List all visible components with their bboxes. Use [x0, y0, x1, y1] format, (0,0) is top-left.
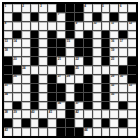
white-cell[interactable]: 17 — [119, 39, 127, 47]
black-cell — [84, 93, 92, 101]
black-cell — [4, 119, 12, 127]
white-cell[interactable] — [22, 22, 30, 30]
black-cell — [13, 66, 21, 74]
clue-number: 30 — [120, 75, 123, 79]
clue-number: 33 — [129, 84, 132, 88]
white-cell[interactable] — [39, 31, 47, 39]
clue-number: 21 — [58, 57, 61, 61]
white-cell[interactable]: 34 — [4, 93, 12, 101]
white-cell[interactable]: 23 — [110, 57, 118, 65]
white-cell[interactable] — [119, 84, 127, 92]
white-cell[interactable] — [102, 13, 110, 21]
white-cell[interactable]: 5 — [102, 4, 110, 12]
white-cell[interactable]: 15 — [66, 39, 74, 47]
black-cell — [84, 102, 92, 110]
clue-number: 24 — [22, 66, 25, 70]
white-cell[interactable]: 35 — [110, 93, 118, 101]
black-cell — [48, 13, 56, 21]
white-cell[interactable] — [31, 66, 39, 74]
white-cell[interactable] — [93, 39, 101, 47]
black-cell — [31, 84, 39, 92]
clue-number: 17 — [120, 39, 123, 43]
black-cell — [13, 102, 21, 110]
white-cell[interactable] — [110, 119, 118, 127]
white-cell[interactable] — [39, 128, 47, 136]
white-cell[interactable] — [128, 48, 136, 56]
white-cell[interactable]: 37 — [75, 102, 83, 110]
white-cell[interactable] — [39, 84, 47, 92]
white-cell[interactable]: 11 — [110, 22, 118, 30]
black-cell — [4, 57, 12, 65]
clue-number: 23 — [111, 57, 114, 61]
white-cell[interactable]: 27 — [57, 75, 65, 83]
clue-number: 19 — [111, 48, 114, 52]
white-cell[interactable] — [93, 93, 101, 101]
white-cell[interactable] — [22, 48, 30, 56]
white-cell[interactable] — [39, 110, 47, 118]
white-cell[interactable]: 2 — [22, 4, 30, 12]
black-cell — [128, 75, 136, 83]
clue-number: 3 — [40, 4, 42, 8]
clue-number: 36 — [58, 102, 61, 106]
clue-number: 11 — [111, 22, 114, 26]
clue-number: 39 — [13, 110, 16, 114]
black-cell — [31, 102, 39, 110]
white-cell[interactable] — [128, 128, 136, 136]
black-cell — [31, 48, 39, 56]
black-cell — [119, 31, 127, 39]
white-cell[interactable] — [57, 66, 65, 74]
white-cell[interactable] — [110, 128, 118, 136]
white-cell[interactable] — [84, 22, 92, 30]
clue-number: 29 — [111, 75, 114, 79]
white-cell[interactable] — [39, 48, 47, 56]
clue-number: 5 — [102, 4, 104, 8]
white-cell[interactable] — [31, 119, 39, 127]
black-cell — [128, 57, 136, 65]
black-cell — [66, 31, 74, 39]
white-cell[interactable]: 18 — [4, 48, 12, 56]
white-cell[interactable] — [22, 57, 30, 65]
white-cell[interactable] — [119, 48, 127, 56]
white-cell[interactable] — [93, 102, 101, 110]
white-cell[interactable]: 20 — [13, 57, 21, 65]
clue-number: 9 — [75, 22, 77, 26]
black-cell — [84, 75, 92, 83]
black-cell — [102, 31, 110, 39]
black-cell — [48, 39, 56, 47]
clue-number: 6 — [120, 4, 122, 8]
white-cell[interactable] — [39, 13, 47, 21]
clue-number: 12 — [129, 22, 132, 26]
black-cell — [57, 84, 65, 92]
black-cell — [93, 13, 101, 21]
white-cell[interactable] — [4, 13, 12, 21]
white-cell[interactable] — [48, 128, 56, 136]
clue-number: 32 — [111, 84, 114, 88]
white-cell[interactable] — [93, 48, 101, 56]
white-cell[interactable] — [57, 22, 65, 30]
white-cell[interactable]: 30 — [119, 75, 127, 83]
crossword-grid: 1234567891011121314151617181920212223242… — [2, 2, 138, 138]
black-cell — [75, 13, 83, 21]
clue-number: 31 — [5, 84, 8, 88]
white-cell[interactable] — [57, 110, 65, 118]
black-cell — [48, 75, 56, 83]
white-cell[interactable] — [128, 110, 136, 118]
clue-number: 15 — [67, 39, 70, 43]
black-cell — [75, 128, 83, 136]
white-cell[interactable]: 24 — [22, 66, 30, 74]
white-cell[interactable] — [4, 102, 12, 110]
white-cell[interactable] — [13, 119, 21, 127]
white-cell[interactable] — [13, 93, 21, 101]
white-cell[interactable]: 10 — [93, 22, 101, 30]
white-cell[interactable] — [128, 119, 136, 127]
white-cell[interactable] — [84, 66, 92, 74]
black-cell — [75, 39, 83, 47]
white-cell[interactable] — [22, 102, 30, 110]
black-cell — [48, 102, 56, 110]
white-cell[interactable]: 8 — [4, 22, 12, 30]
black-cell — [128, 13, 136, 21]
white-cell[interactable] — [128, 102, 136, 110]
white-cell[interactable]: 43 — [4, 128, 12, 136]
white-cell[interactable]: 38 — [4, 110, 12, 118]
white-cell[interactable] — [39, 39, 47, 47]
white-cell[interactable] — [119, 110, 127, 118]
black-cell — [119, 66, 127, 74]
white-cell[interactable] — [102, 110, 110, 118]
white-cell[interactable] — [75, 119, 83, 127]
crossword-board-wrap: 1234567891011121314151617181920212223242… — [0, 0, 140, 140]
white-cell[interactable] — [13, 4, 21, 12]
clue-number: 43 — [5, 128, 8, 132]
clue-number: 35 — [111, 93, 114, 97]
black-cell — [31, 57, 39, 65]
white-cell[interactable] — [31, 128, 39, 136]
black-cell — [13, 13, 21, 21]
black-cell — [57, 93, 65, 101]
white-cell[interactable] — [57, 31, 65, 39]
clue-number: 28 — [67, 75, 70, 79]
black-cell — [48, 93, 56, 101]
white-cell[interactable] — [39, 102, 47, 110]
white-cell[interactable] — [22, 110, 30, 118]
black-cell — [57, 4, 65, 12]
black-cell — [48, 31, 56, 39]
white-cell[interactable] — [110, 31, 118, 39]
white-cell[interactable] — [84, 13, 92, 21]
black-cell — [31, 39, 39, 47]
black-cell — [102, 39, 110, 47]
white-cell[interactable]: 44 — [84, 128, 92, 136]
black-cell — [102, 119, 110, 127]
black-cell — [4, 66, 12, 74]
black-cell — [31, 13, 39, 21]
clue-number: 27 — [58, 75, 61, 79]
white-cell[interactable]: 32 — [110, 84, 118, 92]
white-cell[interactable] — [39, 93, 47, 101]
white-cell[interactable]: 14 — [13, 39, 21, 47]
white-cell[interactable] — [119, 93, 127, 101]
white-cell[interactable] — [119, 57, 127, 65]
white-cell[interactable] — [93, 119, 101, 127]
clue-number: 2 — [22, 4, 24, 8]
white-cell[interactable] — [22, 93, 30, 101]
white-cell[interactable] — [22, 39, 30, 47]
black-cell — [110, 13, 118, 21]
white-cell[interactable] — [110, 66, 118, 74]
white-cell[interactable] — [48, 66, 56, 74]
black-cell — [48, 84, 56, 92]
white-cell[interactable]: 19 — [110, 48, 118, 56]
black-cell — [102, 84, 110, 92]
clue-number: 37 — [75, 102, 78, 106]
black-cell — [102, 57, 110, 65]
clue-number: 18 — [5, 48, 8, 52]
white-cell[interactable]: 4 — [84, 4, 92, 12]
black-cell — [84, 48, 92, 56]
white-cell[interactable] — [93, 75, 101, 83]
white-cell[interactable] — [84, 110, 92, 118]
white-cell[interactable] — [128, 31, 136, 39]
white-cell[interactable]: 7 — [57, 13, 65, 21]
clue-number: 40 — [31, 110, 34, 114]
white-cell[interactable]: 36 — [57, 102, 65, 110]
white-cell[interactable] — [48, 4, 56, 12]
black-cell — [84, 84, 92, 92]
white-cell[interactable]: 25 — [75, 66, 83, 74]
clue-number: 44 — [84, 128, 87, 132]
clue-number: 8 — [5, 22, 7, 26]
black-cell — [102, 93, 110, 101]
white-cell[interactable]: 42 — [75, 110, 83, 118]
black-cell — [84, 31, 92, 39]
clue-number: 16 — [111, 39, 114, 43]
white-cell[interactable] — [48, 22, 56, 30]
black-cell — [102, 48, 110, 56]
white-cell[interactable] — [128, 39, 136, 47]
white-cell[interactable]: 22 — [75, 57, 83, 65]
white-cell[interactable] — [13, 22, 21, 30]
white-cell[interactable] — [110, 110, 118, 118]
black-cell — [66, 4, 74, 12]
white-cell[interactable]: 1 — [4, 4, 12, 12]
black-cell — [66, 13, 74, 21]
white-cell[interactable] — [13, 48, 21, 56]
white-cell[interactable] — [93, 128, 101, 136]
white-cell[interactable]: 6 — [119, 4, 127, 12]
black-cell — [119, 102, 127, 110]
white-cell[interactable]: 16 — [110, 39, 118, 47]
white-cell[interactable] — [93, 84, 101, 92]
black-cell — [57, 39, 65, 47]
white-cell[interactable] — [22, 13, 30, 21]
white-cell[interactable] — [102, 22, 110, 30]
white-cell[interactable] — [66, 93, 74, 101]
white-cell[interactable]: 28 — [66, 75, 74, 83]
black-cell — [57, 48, 65, 56]
clue-number: 10 — [93, 22, 96, 26]
white-cell[interactable]: 41 — [48, 110, 56, 118]
black-cell — [4, 75, 12, 83]
white-cell[interactable] — [93, 31, 101, 39]
white-cell[interactable] — [48, 119, 56, 127]
clue-number: 13 — [5, 39, 8, 43]
black-cell — [39, 119, 47, 127]
black-cell — [22, 119, 30, 127]
black-cell — [66, 110, 74, 118]
black-cell — [66, 119, 74, 127]
black-cell — [75, 4, 83, 12]
white-cell[interactable] — [13, 128, 21, 136]
white-cell[interactable] — [93, 110, 101, 118]
white-cell[interactable]: 31 — [4, 84, 12, 92]
clue-number: 38 — [5, 110, 8, 114]
white-cell[interactable] — [13, 84, 21, 92]
black-cell — [66, 66, 74, 74]
white-cell[interactable] — [75, 31, 83, 39]
white-cell[interactable]: 13 — [4, 39, 12, 47]
white-cell[interactable]: 26 — [13, 75, 21, 83]
clue-number: 4 — [84, 4, 86, 8]
white-cell[interactable] — [93, 57, 101, 65]
white-cell[interactable] — [22, 128, 30, 136]
black-cell — [66, 22, 74, 30]
white-cell[interactable]: 29 — [110, 75, 118, 83]
white-cell[interactable]: 39 — [13, 110, 21, 118]
clue-number: 1 — [5, 4, 7, 8]
clue-number: 25 — [75, 66, 78, 70]
black-cell — [84, 39, 92, 47]
black-cell — [84, 57, 92, 65]
clue-number: 7 — [58, 13, 60, 17]
clue-number: 42 — [75, 110, 78, 114]
black-cell — [128, 66, 136, 74]
white-cell[interactable] — [110, 4, 118, 12]
black-cell — [75, 84, 83, 92]
black-cell — [102, 75, 110, 83]
white-cell[interactable] — [22, 75, 30, 83]
white-cell[interactable] — [66, 84, 74, 92]
white-cell[interactable]: 9 — [75, 22, 83, 30]
clue-number: 34 — [5, 93, 8, 97]
white-cell[interactable] — [31, 4, 39, 12]
black-cell — [57, 128, 65, 136]
white-cell[interactable] — [119, 128, 127, 136]
white-cell[interactable]: 33 — [128, 84, 136, 92]
white-cell[interactable] — [119, 13, 127, 21]
white-cell[interactable] — [39, 22, 47, 30]
black-cell — [102, 102, 110, 110]
white-cell[interactable] — [22, 31, 30, 39]
clue-number: 26 — [13, 75, 16, 79]
clue-number: 20 — [13, 57, 16, 61]
white-cell[interactable] — [39, 57, 47, 65]
white-cell[interactable] — [66, 48, 74, 56]
black-cell — [13, 31, 21, 39]
clue-number: 41 — [49, 110, 52, 114]
black-cell — [75, 93, 83, 101]
black-cell — [31, 93, 39, 101]
white-cell[interactable] — [110, 102, 118, 110]
white-cell[interactable] — [31, 22, 39, 30]
white-cell[interactable]: 40 — [31, 110, 39, 118]
white-cell[interactable] — [39, 75, 47, 83]
white-cell[interactable]: 21 — [57, 57, 65, 65]
black-cell — [75, 48, 83, 56]
black-cell — [119, 119, 127, 127]
white-cell[interactable] — [4, 31, 12, 39]
white-cell[interactable] — [102, 128, 110, 136]
black-cell — [48, 48, 56, 56]
white-cell[interactable] — [93, 4, 101, 12]
white-cell[interactable] — [119, 22, 127, 30]
white-cell[interactable] — [75, 75, 83, 83]
white-cell[interactable] — [22, 84, 30, 92]
white-cell[interactable] — [128, 93, 136, 101]
white-cell[interactable] — [128, 4, 136, 12]
black-cell — [57, 119, 65, 127]
black-cell — [31, 31, 39, 39]
clue-number: 22 — [75, 57, 78, 61]
black-cell — [31, 75, 39, 83]
black-cell — [84, 119, 92, 127]
clue-number: 14 — [13, 39, 16, 43]
white-cell[interactable] — [93, 66, 101, 74]
white-cell[interactable] — [102, 66, 110, 74]
black-cell — [48, 57, 56, 65]
white-cell[interactable] — [39, 66, 47, 74]
white-cell[interactable]: 3 — [39, 4, 47, 12]
white-cell[interactable] — [66, 57, 74, 65]
black-cell — [66, 102, 74, 110]
black-cell — [66, 128, 74, 136]
white-cell[interactable]: 12 — [128, 22, 136, 30]
